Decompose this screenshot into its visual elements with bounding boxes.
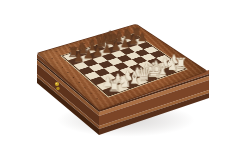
white-rook: ♜ bbox=[107, 79, 121, 94]
square-c5 bbox=[98, 61, 113, 69]
photo-background: ♜♞♝♛♚♝♞♜♟♟♟♟♟♟♟♟♟♟♟♟♟♟♟♟♜♞♝♛♚♝♞♜ bbox=[0, 0, 240, 150]
square-e5 bbox=[117, 55, 132, 62]
black-pawn: ♟ bbox=[73, 52, 84, 64]
